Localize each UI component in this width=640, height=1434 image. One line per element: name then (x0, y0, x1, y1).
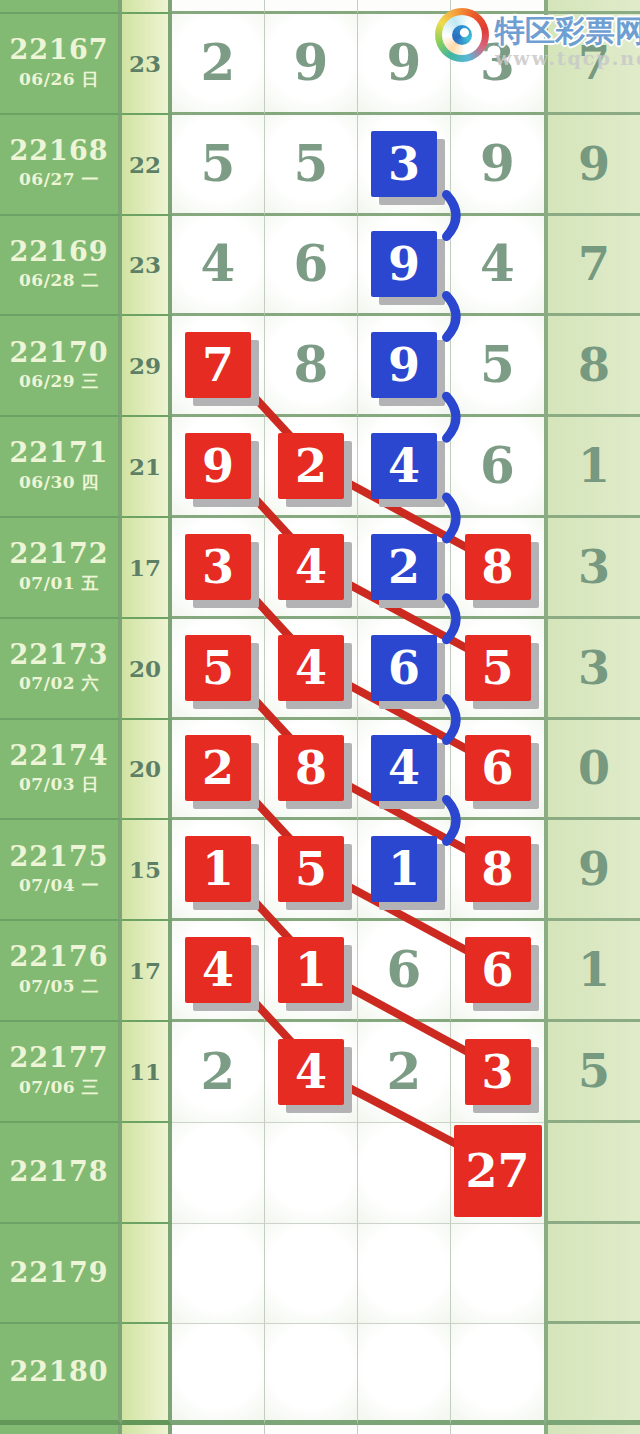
digit-cell: 4 (172, 921, 265, 1022)
sum-value: 20 (129, 655, 161, 682)
period-row-22178: 2217827 (0, 1123, 640, 1224)
digit-cell: 2 (358, 1022, 451, 1123)
period-cell: 2217106/30 四 (0, 417, 122, 518)
red-mark-big: 27 (454, 1125, 542, 1217)
period-number: 22171 (10, 439, 109, 467)
digit-cell: 6 (265, 216, 358, 317)
digit-cell (172, 1123, 265, 1224)
digit-cell: 8 (451, 518, 544, 619)
blue-mark: 3 (371, 131, 437, 197)
period-number: 22168 (10, 137, 109, 165)
digit-cell: 2 (358, 518, 451, 619)
period-number: 22169 (10, 238, 109, 266)
watermark-text: 特区彩票网 www.tqcp.net (495, 16, 640, 68)
tail-digit: 5 (578, 1048, 610, 1094)
digit-cell: 8 (265, 720, 358, 821)
sum-value: 15 (129, 856, 161, 883)
period-number: 22167 (10, 36, 109, 64)
period-number: 22174 (10, 742, 109, 770)
period-row-22179: 22179 (0, 1224, 640, 1325)
digit-cell (358, 1324, 451, 1425)
digit-cell (265, 1224, 358, 1325)
plain-digit: 6 (480, 441, 515, 491)
lottery-trend-chart-board: 2216706/26 日23299372216806/27 一225539922… (0, 0, 640, 1434)
red-mark: 4 (278, 1039, 344, 1105)
digit-cell: 2 (265, 417, 358, 518)
red-mark: 4 (185, 937, 251, 1003)
period-row-22172: 2217207/01 五1734283 (0, 518, 640, 619)
digit-cell: 8 (451, 820, 544, 921)
tail-cell: 3 (544, 518, 640, 619)
sum-cell: 23 (122, 14, 172, 115)
tail-cell: 1 (544, 417, 640, 518)
period-cell: 22178 (0, 1123, 122, 1224)
tail-cell: 5 (544, 1022, 640, 1123)
period-cell: 2217707/06 三 (0, 1022, 122, 1123)
red-mark: 5 (465, 635, 531, 701)
digit-cell: 2 (172, 720, 265, 821)
period-cell: 22179 (0, 1224, 122, 1325)
period-cell: 2217006/29 三 (0, 316, 122, 417)
red-mark: 8 (465, 534, 531, 600)
sum-value: 23 (129, 50, 161, 77)
sum-cell (122, 1224, 172, 1325)
digit-cell (451, 1324, 544, 1425)
period-cell: 2216706/26 日 (0, 14, 122, 115)
plain-digit: 6 (387, 945, 422, 995)
digit-cell: 3 (358, 115, 451, 216)
draw-date: 07/03 日 (19, 773, 99, 796)
plain-digit: 2 (387, 1047, 422, 1097)
tail-digit: 9 (578, 846, 610, 892)
sum-value: 11 (129, 1058, 161, 1085)
digit-cell: 5 (265, 820, 358, 921)
digit-cell: 2 (172, 14, 265, 115)
digit-cell: 5 (265, 115, 358, 216)
digit-cell: 4 (358, 417, 451, 518)
period-number: 22179 (10, 1259, 109, 1287)
period-number: 22175 (10, 843, 109, 871)
digit-cell: 5 (451, 316, 544, 417)
red-mark: 3 (185, 534, 251, 600)
digit-cell: 9 (451, 115, 544, 216)
bottom-sliver-row (0, 1425, 640, 1434)
sum-cell: 23 (122, 216, 172, 317)
red-mark: 3 (465, 1039, 531, 1105)
plain-digit: 8 (294, 340, 329, 390)
sum-value: 20 (129, 755, 161, 782)
tail-digit: 3 (578, 645, 610, 691)
red-mark: 6 (465, 937, 531, 1003)
digit-cell: 9 (358, 316, 451, 417)
tail-cell: 8 (544, 316, 640, 417)
tail-cell: 0 (544, 720, 640, 821)
plain-digit: 2 (201, 38, 236, 88)
red-mark: 1 (278, 937, 344, 1003)
plain-digit: 9 (387, 38, 422, 88)
digit-cell (265, 1324, 358, 1425)
digit-cell: 9 (265, 14, 358, 115)
draw-date: 07/05 二 (19, 975, 99, 998)
tail-cell (544, 1123, 640, 1224)
digit-cell: 4 (358, 720, 451, 821)
digit-cell: 5 (172, 619, 265, 720)
plain-digit: 4 (201, 239, 236, 289)
draw-date: 06/27 一 (19, 168, 99, 191)
tail-digit: 9 (578, 141, 610, 187)
sum-cell: 21 (122, 417, 172, 518)
site-watermark: 特区彩票网 www.tqcp.net (435, 8, 640, 68)
period-row-22168: 2216806/27 一2255399 (0, 115, 640, 216)
digit-cell: 27 (451, 1123, 544, 1224)
sum-value: 17 (129, 957, 161, 984)
digit-cell: 4 (265, 518, 358, 619)
period-cell: 22180 (0, 1324, 122, 1425)
sum-value: 17 (129, 554, 161, 581)
red-mark: 5 (278, 836, 344, 902)
plain-digit: 2 (201, 1047, 236, 1097)
digit-cell (265, 1123, 358, 1224)
tail-digit: 3 (578, 544, 610, 590)
sum-value: 21 (129, 453, 161, 480)
red-mark: 4 (278, 534, 344, 600)
red-mark: 7 (185, 332, 251, 398)
digit-cell: 4 (172, 216, 265, 317)
blue-mark: 6 (371, 635, 437, 701)
draw-date: 07/04 一 (19, 874, 99, 897)
blue-mark: 9 (371, 231, 437, 297)
tail-cell: 9 (544, 115, 640, 216)
period-number: 22170 (10, 339, 109, 367)
plain-digit: 4 (480, 239, 515, 289)
digit-cell: 3 (451, 1022, 544, 1123)
tail-digit: 1 (578, 443, 610, 489)
period-cell: 2216906/28 二 (0, 216, 122, 317)
sum-value: 29 (129, 352, 161, 379)
blue-mark: 4 (371, 433, 437, 499)
digit-cell: 6 (451, 720, 544, 821)
site-name: 特区彩票网 (495, 16, 640, 46)
period-number: 22173 (10, 641, 109, 669)
sum-value: 23 (129, 251, 161, 278)
period-row-22171: 2217106/30 四2192461 (0, 417, 640, 518)
sum-cell: 20 (122, 619, 172, 720)
period-row-22176: 2217607/05 二1741661 (0, 921, 640, 1022)
sum-cell: 29 (122, 316, 172, 417)
blue-mark: 9 (371, 332, 437, 398)
period-row-22174: 2217407/03 日2028460 (0, 720, 640, 821)
tail-digit: 7 (578, 241, 610, 287)
red-mark: 4 (278, 635, 344, 701)
sum-cell (122, 1123, 172, 1224)
digit-cell: 6 (358, 921, 451, 1022)
digit-cell: 1 (358, 820, 451, 921)
draw-date: 06/29 三 (19, 370, 99, 393)
red-mark: 8 (465, 836, 531, 902)
tail-cell: 1 (544, 921, 640, 1022)
digit-cell: 6 (451, 417, 544, 518)
red-mark: 6 (465, 735, 531, 801)
digit-cell (172, 1224, 265, 1325)
sum-cell: 15 (122, 820, 172, 921)
digit-cell (451, 1224, 544, 1325)
digit-cell: 4 (265, 619, 358, 720)
digit-cell (358, 1224, 451, 1325)
tail-cell: 7 (544, 216, 640, 317)
draw-date: 06/28 二 (19, 269, 99, 292)
sum-cell: 11 (122, 1022, 172, 1123)
digit-cell (358, 1123, 451, 1224)
blue-mark: 2 (371, 534, 437, 600)
tail-cell: 9 (544, 820, 640, 921)
digit-cell: 9 (172, 417, 265, 518)
digit-cell: 6 (358, 619, 451, 720)
red-mark: 2 (185, 735, 251, 801)
draw-date: 06/30 四 (19, 471, 99, 494)
digit-cell: 1 (265, 921, 358, 1022)
chart-rows: 2216706/26 日23299372216806/27 一225539922… (0, 0, 640, 1434)
plain-digit: 5 (480, 340, 515, 390)
plain-digit: 6 (294, 239, 329, 289)
digit-cell: 5 (451, 619, 544, 720)
sum-cell: 17 (122, 518, 172, 619)
draw-date: 07/02 六 (19, 672, 99, 695)
digit-cell: 2 (172, 1022, 265, 1123)
period-cell: 2217207/01 五 (0, 518, 122, 619)
period-row-22173: 2217307/02 六2054653 (0, 619, 640, 720)
period-number: 22177 (10, 1044, 109, 1072)
period-row-22175: 2217507/04 一1515189 (0, 820, 640, 921)
digit-cell: 8 (265, 316, 358, 417)
digit-cell: 4 (451, 216, 544, 317)
tail-cell (544, 1224, 640, 1325)
period-number: 22176 (10, 943, 109, 971)
sum-value: 22 (129, 151, 161, 178)
period-row-22169: 2216906/28 二2346947 (0, 216, 640, 317)
tail-cell: 3 (544, 619, 640, 720)
digit-cell: 4 (265, 1022, 358, 1123)
digit-cell: 7 (172, 316, 265, 417)
draw-date: 06/26 日 (19, 68, 99, 91)
red-mark: 2 (278, 433, 344, 499)
digit-cell: 6 (451, 921, 544, 1022)
plain-digit: 9 (294, 38, 329, 88)
sum-cell: 20 (122, 720, 172, 821)
period-cell: 2217607/05 二 (0, 921, 122, 1022)
site-url: www.tqcp.net (495, 49, 640, 68)
red-mark: 1 (185, 836, 251, 902)
digit-cell: 5 (172, 115, 265, 216)
sum-cell: 22 (122, 115, 172, 216)
tail-digit: 8 (578, 342, 610, 388)
period-row-22170: 2217006/29 三2978958 (0, 316, 640, 417)
tail-cell (544, 1324, 640, 1425)
period-row-22177: 2217707/06 三1124235 (0, 1022, 640, 1123)
sum-cell: 17 (122, 921, 172, 1022)
digit-cell: 3 (172, 518, 265, 619)
plain-digit: 9 (480, 139, 515, 189)
period-cell: 2217407/03 日 (0, 720, 122, 821)
tail-digit: 0 (578, 745, 610, 791)
digit-cell: 1 (172, 820, 265, 921)
blue-mark: 4 (371, 735, 437, 801)
red-mark: 8 (278, 735, 344, 801)
red-mark: 9 (185, 433, 251, 499)
digit-cell (172, 1324, 265, 1425)
period-number: 22180 (10, 1358, 109, 1386)
blue-mark: 1 (371, 836, 437, 902)
tail-digit: 1 (578, 947, 610, 993)
period-number: 22178 (10, 1158, 109, 1186)
digit-cell: 9 (358, 216, 451, 317)
red-mark: 5 (185, 635, 251, 701)
plain-digit: 5 (294, 139, 329, 189)
period-cell: 2216806/27 一 (0, 115, 122, 216)
sum-cell (122, 1324, 172, 1425)
period-row-22180: 22180 (0, 1324, 640, 1425)
draw-date: 07/06 三 (19, 1076, 99, 1099)
site-logo-icon (435, 8, 489, 62)
draw-date: 07/01 五 (19, 572, 99, 595)
period-cell: 2217307/02 六 (0, 619, 122, 720)
period-cell: 2217507/04 一 (0, 820, 122, 921)
plain-digit: 5 (201, 139, 236, 189)
period-number: 22172 (10, 540, 109, 568)
